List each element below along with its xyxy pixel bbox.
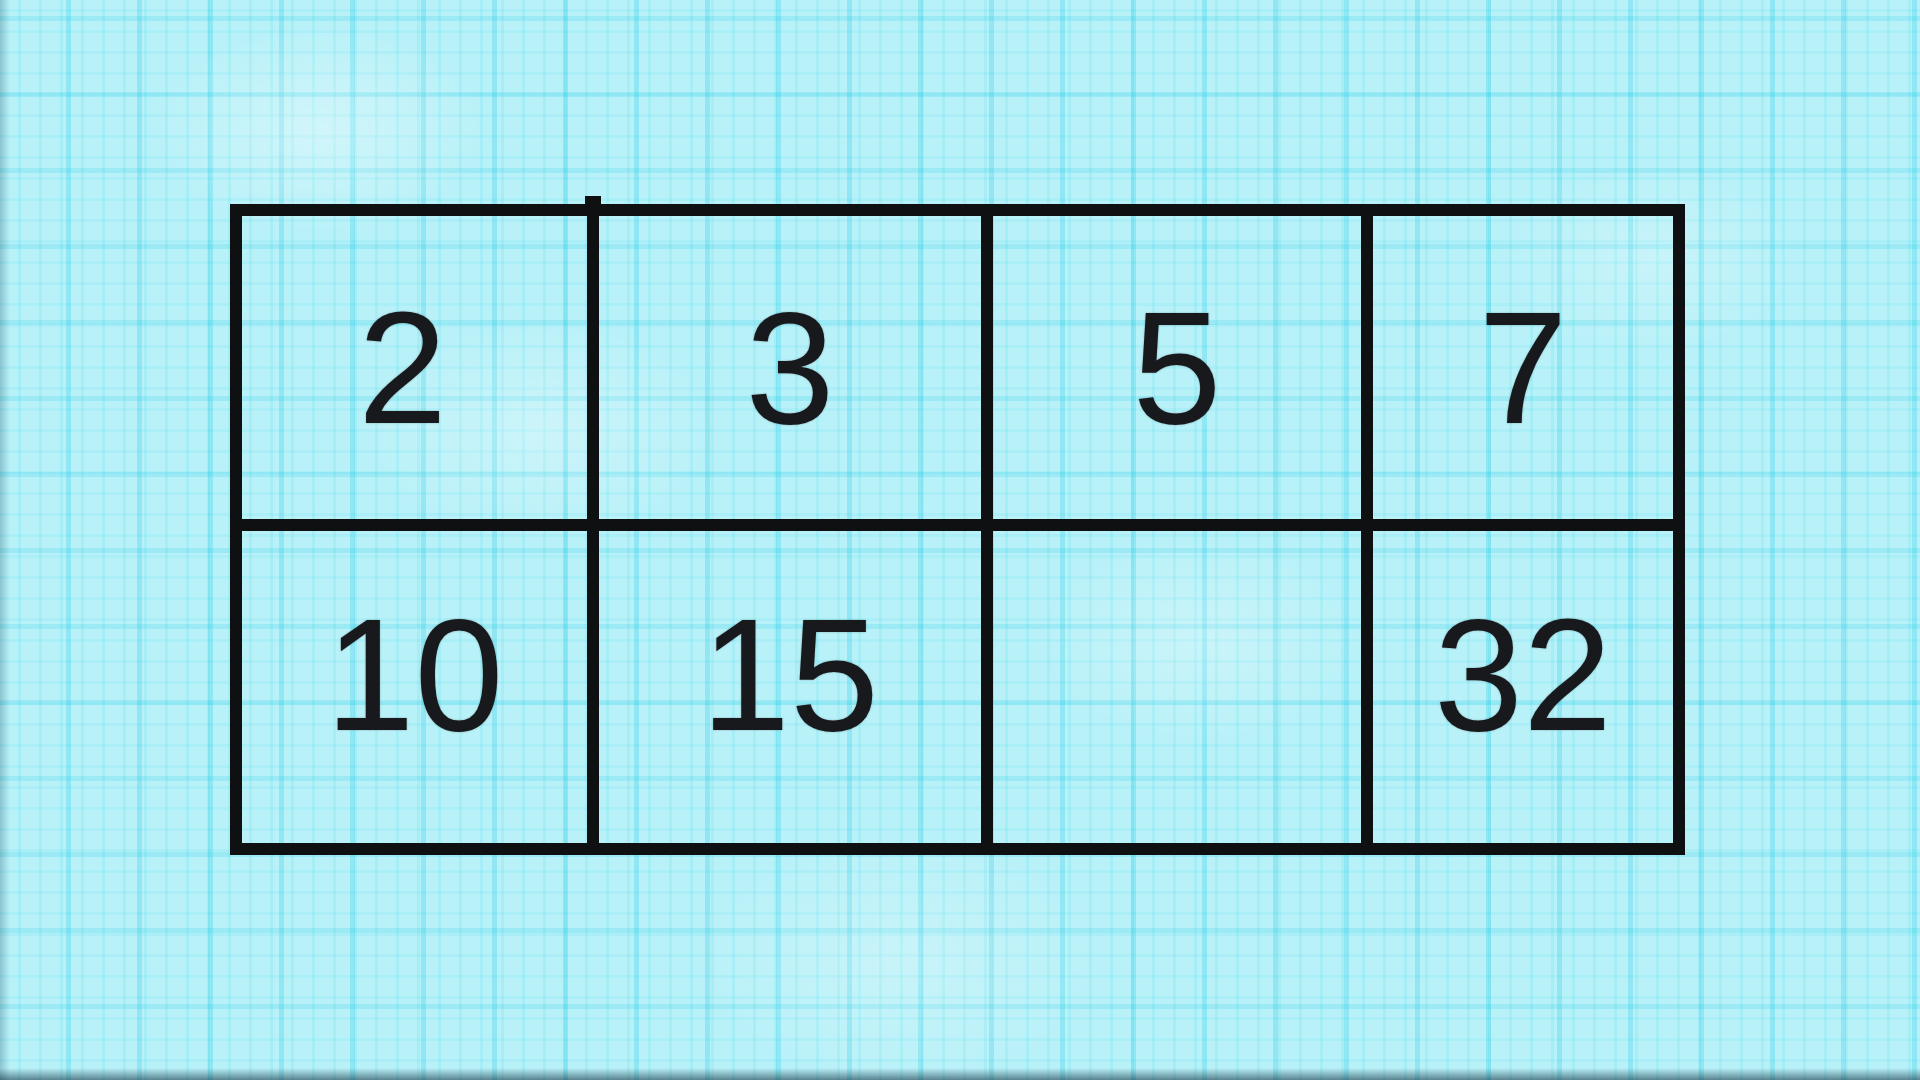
grid-cell-r2c3-empty <box>993 531 1373 843</box>
cell-value: 15 <box>701 583 879 767</box>
cell-value: 7 <box>1479 276 1568 460</box>
graph-paper-background: { "game": "math-grid-number-puzzle (find… <box>0 0 1920 1080</box>
cell-value: 10 <box>326 583 504 767</box>
grid-cell-r2c1: 10 <box>242 531 599 843</box>
cell-value: 5 <box>1133 276 1222 460</box>
cell-value: 32 <box>1434 583 1612 767</box>
puzzle-grid: 2 3 5 7 10 15 32 <box>230 204 1685 855</box>
cell-value: 2 <box>358 276 447 460</box>
grid-cell-r2c4: 32 <box>1373 531 1673 843</box>
grid-cell-r2c2: 15 <box>599 531 993 843</box>
cell-value: 3 <box>746 276 835 460</box>
grid-cell-r1c2: 3 <box>599 216 993 531</box>
grid-cell-r1c1: 2 <box>242 216 599 531</box>
grid-cell-r1c4: 7 <box>1373 216 1673 531</box>
border-artifact-tick <box>585 196 601 208</box>
grid-cell-r1c3: 5 <box>993 216 1373 531</box>
left-edge-shadow <box>0 0 10 1080</box>
bottom-edge-shadow <box>0 1068 1920 1080</box>
